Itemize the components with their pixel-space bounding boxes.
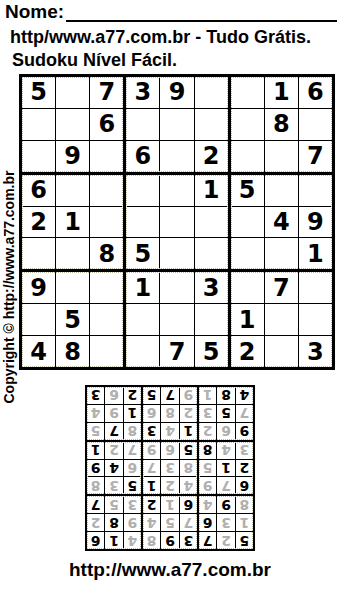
solution-cell-r5c8: 4: [105, 460, 122, 477]
sudoku-cell-r8c2[interactable]: 5: [56, 304, 89, 335]
solution-box-9: 875194263: [87, 387, 141, 440]
solution-cell-r5c5: 3: [161, 460, 178, 477]
sudoku-cell-r6c4[interactable]: 5: [126, 238, 159, 269]
solution-cell-r1c2: 2: [217, 532, 234, 549]
solution-cell-r8c1: 7: [236, 405, 253, 422]
puzzle-title: Sudoku Nível Fácil.: [12, 50, 177, 71]
sudoku-box-2: 3962: [126, 77, 227, 172]
solution-cell-r3c8: 5: [105, 496, 122, 513]
solution-cell-r4c2: 7: [217, 477, 234, 494]
sudoku-cell-r6c8[interactable]: [265, 238, 298, 269]
sudoku-cell-r7c4[interactable]: 1: [126, 272, 159, 303]
solution-cell-r9c5: 7: [161, 387, 178, 404]
solution-cell-r6c3: 8: [199, 442, 216, 459]
name-blank-line: [66, 2, 337, 22]
sudoku-cell-r1c6[interactable]: [195, 77, 228, 108]
solution-cell-r5c9: 9: [87, 460, 104, 477]
sudoku-box-1: 5769: [22, 77, 123, 172]
sudoku-cell-r4c9[interactable]: [299, 175, 332, 206]
sudoku-grid: 5769396216876218155491954813757123: [19, 74, 335, 370]
sudoku-cell-r2c7[interactable]: [231, 109, 264, 140]
name-label: Nome:: [5, 2, 64, 22]
solution-cell-r2c9: 2: [87, 514, 104, 531]
sudoku-cell-r7c1[interactable]: 9: [22, 272, 55, 303]
solution-cell-r6c2: 4: [217, 442, 234, 459]
solution-cell-r8c7: 1: [124, 405, 141, 422]
solution-cell-r1c5: 9: [161, 532, 178, 549]
solution-cell-r8c3: 3: [199, 405, 216, 422]
sudoku-cell-r6c7[interactable]: [231, 238, 264, 269]
sudoku-cell-r2c6[interactable]: [195, 109, 228, 140]
sudoku-cell-r9c6[interactable]: 5: [195, 336, 228, 367]
sudoku-cell-r5c9[interactable]: 9: [299, 207, 332, 238]
sudoku-cell-r3c7[interactable]: [231, 141, 264, 172]
solution-cell-r9c8: 6: [105, 387, 122, 404]
solution-box-3: 416982357: [87, 496, 141, 549]
sudoku-cell-r9c2[interactable]: 8: [56, 336, 89, 367]
sudoku-cell-r9c9[interactable]: 3: [299, 336, 332, 367]
solution-cell-r4c4: 4: [180, 477, 197, 494]
solution-cell-r1c9: 6: [87, 532, 104, 549]
sudoku-cell-r8c4[interactable]: [126, 304, 159, 335]
solution-grid-rotated: 5271368943987546124169823576792153484218…: [85, 385, 255, 551]
sudoku-cell-r3c5[interactable]: [160, 141, 193, 172]
sudoku-box-6: 5491: [231, 175, 332, 270]
site-title: http/www.a77.com.br - Tudo Grátis.: [10, 27, 311, 48]
sudoku-cell-r5c3[interactable]: [90, 207, 123, 238]
solution-box-4: 679215348: [199, 442, 253, 495]
solution-cell-r6c5: 6: [161, 442, 178, 459]
solution-cell-r5c2: 1: [217, 460, 234, 477]
solution-cell-r3c7: 3: [124, 496, 141, 513]
sudoku-cell-r5c6[interactable]: [195, 207, 228, 238]
sudoku-cell-r9c4[interactable]: [126, 336, 159, 367]
sudoku-cell-r8c6[interactable]: [195, 304, 228, 335]
solution-cell-r8c5: 8: [161, 405, 178, 422]
sudoku-cell-r3c9[interactable]: 7: [299, 141, 332, 172]
sudoku-cell-r6c2[interactable]: [56, 238, 89, 269]
solution-cell-r6c6: 9: [143, 442, 160, 459]
solution-cell-r3c9: 7: [87, 496, 104, 513]
solution-cell-r3c1: 8: [236, 496, 253, 513]
sudoku-cell-r6c5[interactable]: [160, 238, 193, 269]
solution-cell-r7c1: 9: [236, 423, 253, 440]
solution-cell-r7c4: 1: [180, 423, 197, 440]
sudoku-cell-r1c1[interactable]: 5: [22, 77, 55, 108]
solution-cell-r9c4: 9: [180, 387, 197, 404]
sudoku-cell-r2c4[interactable]: [126, 109, 159, 140]
sudoku-cell-r5c1[interactable]: 2: [22, 207, 55, 238]
sudoku-cell-r4c8[interactable]: [265, 175, 298, 206]
solution-cell-r5c7: 6: [124, 460, 141, 477]
sudoku-cell-r9c1[interactable]: 4: [22, 336, 55, 367]
solution-cell-r6c8: 2: [105, 442, 122, 459]
solution-cell-r4c1: 6: [236, 477, 253, 494]
sudoku-box-9: 7123: [231, 272, 332, 367]
solution-cell-r7c7: 8: [124, 423, 141, 440]
sudoku-cell-r1c8[interactable]: 1: [265, 77, 298, 108]
solution-cell-r3c6: 2: [143, 496, 160, 513]
solution-cell-r4c6: 1: [143, 477, 160, 494]
solution-cell-r8c4: 2: [180, 405, 197, 422]
sudoku-cell-r8c1[interactable]: [22, 304, 55, 335]
sudoku-cell-r1c2[interactable]: [56, 77, 89, 108]
solution-cell-r5c3: 5: [199, 460, 216, 477]
sudoku-cell-r2c9[interactable]: [299, 109, 332, 140]
sudoku-cell-r5c8[interactable]: 4: [265, 207, 298, 238]
sudoku-cell-r8c3[interactable]: [90, 304, 123, 335]
solution-cell-r2c1: 1: [236, 514, 253, 531]
sudoku-cell-r1c9[interactable]: 6: [299, 77, 332, 108]
solution-cell-r8c9: 4: [87, 405, 104, 422]
sudoku-cell-r6c1[interactable]: [22, 238, 55, 269]
sudoku-cell-r6c6[interactable]: [195, 238, 228, 269]
sudoku-box-7: 9548: [22, 272, 123, 367]
sudoku-cell-r4c4[interactable]: [126, 175, 159, 206]
solution-cell-r5c4: 8: [180, 460, 197, 477]
solution-cell-r4c7: 5: [124, 477, 141, 494]
name-row: Nome:: [5, 2, 337, 22]
solution-cell-r9c2: 8: [217, 387, 234, 404]
sudoku-box-8: 1375: [126, 272, 227, 367]
solution-box-6: 538649721: [87, 442, 141, 495]
solution-cell-r7c3: 2: [199, 423, 216, 440]
sudoku-cell-r7c9[interactable]: [299, 272, 332, 303]
sudoku-cell-r5c7[interactable]: [231, 207, 264, 238]
solution-cell-r7c2: 6: [217, 423, 234, 440]
sudoku-cell-r3c6[interactable]: 2: [195, 141, 228, 172]
sudoku-cell-r9c7[interactable]: 2: [231, 336, 264, 367]
solution-cell-r3c5: 1: [161, 496, 178, 513]
sudoku-cell-r2c1[interactable]: [22, 109, 55, 140]
sudoku-cell-r6c3[interactable]: 8: [90, 238, 123, 269]
solution-cell-r8c6: 6: [143, 405, 160, 422]
sudoku-cell-r1c5[interactable]: 9: [160, 77, 193, 108]
solution-box-2: 398754612: [143, 496, 197, 549]
solution-box-7: 962753481: [199, 387, 253, 440]
solution-cell-r6c4: 5: [180, 442, 197, 459]
solution-cell-r9c3: 1: [199, 387, 216, 404]
sudoku-cell-r7c8[interactable]: 7: [265, 272, 298, 303]
copyright-text: Copyright © http://www.a77.com.br: [1, 142, 19, 432]
solution-cell-r9c7: 2: [124, 387, 141, 404]
solution-cell-r2c3: 6: [199, 514, 216, 531]
solution-cell-r9c1: 4: [236, 387, 253, 404]
sudoku-cell-r7c6[interactable]: 3: [195, 272, 228, 303]
sudoku-cell-r3c8[interactable]: [265, 141, 298, 172]
sudoku-cell-r3c2[interactable]: 9: [56, 141, 89, 172]
sudoku-cell-r8c8[interactable]: [265, 304, 298, 335]
solution-cell-r7c9: 5: [87, 423, 104, 440]
solution-cell-r9c6: 5: [143, 387, 160, 404]
solution-cell-r3c2: 9: [217, 496, 234, 513]
solution-cell-r1c3: 7: [199, 532, 216, 549]
sudoku-cell-r9c5[interactable]: 7: [160, 336, 193, 367]
sudoku-cell-r8c9[interactable]: [299, 304, 332, 335]
solution-cell-r6c1: 3: [236, 442, 253, 459]
solution-cell-r8c8: 9: [105, 405, 122, 422]
solution-cell-r2c5: 5: [161, 514, 178, 531]
sudoku-cell-r8c7[interactable]: 1: [231, 304, 264, 335]
sudoku-cell-r3c4[interactable]: 6: [126, 141, 159, 172]
sudoku-cell-r4c7[interactable]: 5: [231, 175, 264, 206]
solution-cell-r1c8: 1: [105, 532, 122, 549]
sudoku-cell-r1c3[interactable]: 7: [90, 77, 123, 108]
sudoku-cell-r3c1[interactable]: [22, 141, 55, 172]
solution-box-1: 527136894: [199, 496, 253, 549]
sudoku-cell-r2c3[interactable]: 6: [90, 109, 123, 140]
solution-cell-r3c3: 4: [199, 496, 216, 513]
sudoku-cell-r7c7[interactable]: [231, 272, 264, 303]
solution-cell-r5c6: 7: [143, 460, 160, 477]
sudoku-cell-r5c5[interactable]: [160, 207, 193, 238]
solution-cell-r1c1: 5: [236, 532, 253, 549]
sudoku-cell-r1c4[interactable]: 3: [126, 77, 159, 108]
sudoku-cell-r7c5[interactable]: [160, 272, 193, 303]
footer-url: http://www.a77.com.br: [0, 559, 340, 581]
solution-cell-r4c8: 3: [105, 477, 122, 494]
sudoku-box-3: 1687: [231, 77, 332, 172]
solution-cell-r7c8: 7: [105, 423, 122, 440]
solution-cell-r2c7: 9: [124, 514, 141, 531]
solution-cell-r3c4: 6: [180, 496, 197, 513]
sudoku-cell-r7c3[interactable]: [90, 272, 123, 303]
solution-cell-r1c7: 4: [124, 532, 141, 549]
solution-cell-r8c2: 5: [217, 405, 234, 422]
sudoku-cell-r1c7[interactable]: [231, 77, 264, 108]
sudoku-cell-r6c9[interactable]: 1: [299, 238, 332, 269]
solution-cell-r1c4: 3: [180, 532, 197, 549]
solution-cell-r2c2: 3: [217, 514, 234, 531]
solution-cell-r1c6: 8: [143, 532, 160, 549]
sudoku-cell-r4c5[interactable]: [160, 175, 193, 206]
sudoku-cell-r9c8[interactable]: [265, 336, 298, 367]
sudoku-cell-r3c3[interactable]: [90, 141, 123, 172]
solution-box-8: 143286975: [143, 387, 197, 440]
solution-cell-r7c5: 4: [161, 423, 178, 440]
sudoku-cell-r4c3[interactable]: [90, 175, 123, 206]
solution-cell-r4c9: 8: [87, 477, 104, 494]
solution-cell-r4c3: 9: [199, 477, 216, 494]
sudoku-cell-r5c4[interactable]: [126, 207, 159, 238]
solution-cell-r6c9: 1: [87, 442, 104, 459]
sudoku-cell-r2c5[interactable]: [160, 109, 193, 140]
sudoku-cell-r4c1[interactable]: 6: [22, 175, 55, 206]
sudoku-cell-r7c2[interactable]: [56, 272, 89, 303]
sudoku-box-5: 15: [126, 175, 227, 270]
solution-cell-r6c7: 7: [124, 442, 141, 459]
sudoku-cell-r8c5[interactable]: [160, 304, 193, 335]
sudoku-worksheet: Nome: http/www.a77.com.br - Tudo Grátis.…: [0, 0, 340, 596]
solution-box-5: 421837569: [143, 442, 197, 495]
sudoku-cell-r2c2[interactable]: [56, 109, 89, 140]
solution-cell-r9c9: 3: [87, 387, 104, 404]
sudoku-cell-r9c3[interactable]: [90, 336, 123, 367]
sudoku-cell-r2c8[interactable]: 8: [265, 109, 298, 140]
solution-cell-r7c6: 3: [143, 423, 160, 440]
sudoku-box-4: 6218: [22, 175, 123, 270]
solution-cell-r2c6: 4: [143, 514, 160, 531]
sudoku-cell-r5c2[interactable]: 1: [56, 207, 89, 238]
sudoku-cell-r4c2[interactable]: [56, 175, 89, 206]
sudoku-cell-r4c6[interactable]: 1: [195, 175, 228, 206]
solution-cell-r2c4: 7: [180, 514, 197, 531]
solution-cell-r4c5: 2: [161, 477, 178, 494]
solution-cell-r2c8: 8: [105, 514, 122, 531]
solution-cell-r5c1: 2: [236, 460, 253, 477]
